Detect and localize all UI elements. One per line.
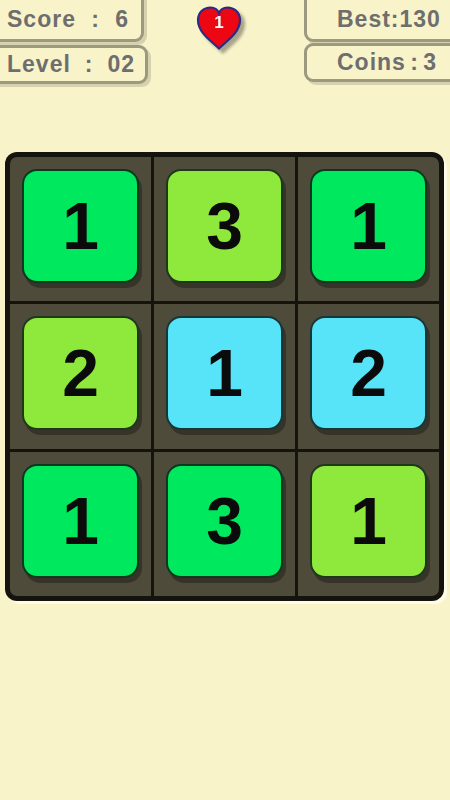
level-label: Level — [7, 51, 71, 78]
tile-1-green[interactable]: 1 — [22, 169, 139, 283]
tile-3-lime[interactable]: 3 — [166, 169, 283, 283]
score-value: 6 — [115, 6, 129, 33]
board-cell: 1 — [298, 157, 439, 301]
coins-value: 3 — [423, 49, 437, 76]
coins-label: Coins — [337, 49, 406, 76]
score-colon: : — [91, 6, 100, 33]
board-cell: 2 — [298, 304, 439, 448]
board-cell: 1 — [10, 157, 151, 301]
game-screen: Score : 6 Level : 02 Best : 130 Coins : … — [0, 0, 450, 800]
board-cell: 1 — [298, 452, 439, 596]
heart-lives-icon: 1 — [195, 3, 243, 56]
game-board: 131212131 — [5, 152, 444, 601]
tile-1-green[interactable]: 1 — [310, 169, 427, 283]
score-label: Score — [7, 6, 76, 33]
tile-1-green[interactable]: 1 — [22, 464, 139, 578]
tile-3-green[interactable]: 3 — [166, 464, 283, 578]
board-cell: 1 — [154, 304, 295, 448]
coins-box: Coins : 3 — [304, 43, 450, 82]
board-grid: 131212131 — [10, 157, 439, 596]
tile-1-cyan[interactable]: 1 — [166, 316, 283, 430]
tile-2-cyan[interactable]: 2 — [310, 316, 427, 430]
tile-2-lime[interactable]: 2 — [22, 316, 139, 430]
level-box: Level : 02 — [0, 45, 148, 84]
lives-value: 1 — [214, 13, 223, 32]
level-colon: : — [85, 51, 94, 78]
level-value: 02 — [107, 51, 135, 78]
heart-icon: 1 — [195, 3, 243, 56]
best-colon: : — [391, 6, 400, 33]
best-box: Best : 130 — [304, 0, 450, 42]
coins-colon: : — [410, 49, 419, 76]
best-value: 130 — [400, 6, 441, 33]
board-cell: 3 — [154, 452, 295, 596]
best-label: Best — [337, 6, 391, 33]
tile-1-lime[interactable]: 1 — [310, 464, 427, 578]
score-box: Score : 6 — [0, 0, 144, 42]
board-cell: 1 — [10, 452, 151, 596]
board-cell: 3 — [154, 157, 295, 301]
board-cell: 2 — [10, 304, 151, 448]
